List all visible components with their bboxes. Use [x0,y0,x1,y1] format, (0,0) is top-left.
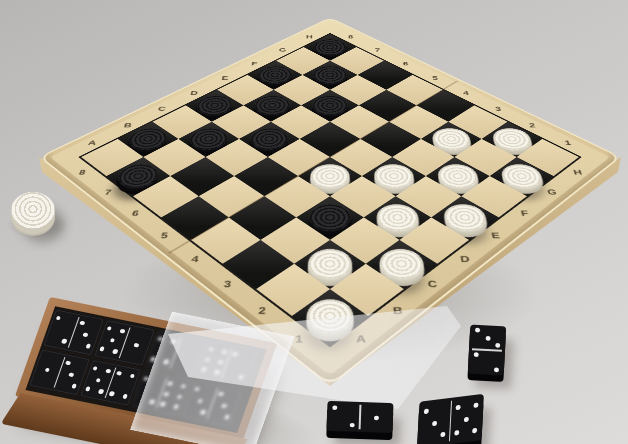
domino-pip [122,394,128,399]
coord-bottom-5: 3 [217,277,237,290]
domino-pip [105,369,111,374]
domino-pip [61,339,67,344]
coord-right-2: F [515,207,535,218]
domino-half [359,402,393,433]
domino-pip [332,405,337,410]
domino-pip [98,389,104,394]
loose-domino-3-5[interactable] [417,394,484,444]
coord-right-1: G [542,187,562,198]
domino-half [326,401,360,432]
domino-pip [65,360,71,365]
domino-pip [71,383,77,388]
coord-top-6: 2 [523,121,541,130]
domino-pip [85,386,91,391]
coord-bottom-4: 4 [185,253,205,265]
domino-pip [495,343,500,348]
domino-pip [456,404,461,410]
domino-pip [92,366,98,371]
coord-bottom-6: 2 [252,303,273,317]
domino-half [469,325,506,351]
domino-pip [44,367,50,372]
coord-left-2: F [247,60,262,67]
domino-tile[interactable] [94,320,155,366]
coord-right-0: H [568,167,588,177]
coord-right-7: A [351,331,372,346]
domino-pip [475,328,480,333]
coord-left-1: G [275,46,289,53]
domino-pip [119,329,125,334]
domino-pip [423,408,428,414]
domino-pip [493,367,498,372]
captured-white-checker[interactable] [11,192,55,229]
coord-left-5: C [153,105,170,113]
coord-top-7: 1 [558,138,577,147]
domino-pip [474,402,479,408]
loose-domino-3-2[interactable] [468,325,507,376]
domino-pip [106,326,112,331]
domino-half [449,394,484,444]
domino-pip [109,337,115,342]
domino-pip [82,332,88,337]
domino-pip [485,335,490,340]
domino-pip [474,352,479,357]
coord-top-5: 3 [490,105,507,113]
domino-pip [374,415,379,420]
domino-half [468,349,505,375]
domino-pip [440,432,445,438]
domino-tile[interactable] [29,349,90,395]
coord-left-7: A [83,138,102,147]
domino-half [417,398,452,444]
domino-pip [85,343,91,348]
domino-pip [109,391,115,396]
coord-bottom-3: 5 [154,229,174,241]
coord-bottom-1: 7 [98,187,118,198]
domino-pip [350,423,355,428]
domino-pip [99,346,105,351]
coord-right-4: D [455,253,475,265]
coord-left-4: D [186,89,202,97]
coord-right-3: E [486,229,506,241]
coord-right-5: C [422,277,442,290]
board-grid: ⛂⛀⛂⛀⛀⛂⛂⛀⛂⛀⛀⛂⛂⛀⛀⛂⛂⛀⛂⛀⛂⛀ [78,33,581,347]
coord-top-3: 5 [427,74,442,82]
coord-left-6: B [119,121,137,130]
domino-pip [432,420,437,426]
coord-bottom-0: 8 [72,167,92,177]
coord-top-1: 7 [370,46,384,53]
domino-tile[interactable] [80,360,141,406]
loose-domino-2-1[interactable] [326,401,393,433]
domino-pip [55,316,61,321]
coord-top-4: 4 [458,89,474,97]
domino-pip [129,374,135,379]
coord-right-6: B [388,303,409,317]
domino-pip [133,342,139,347]
domino-pip [79,320,85,325]
domino-pip [68,372,74,377]
domino-pip [464,416,469,422]
domino-pip [472,428,477,434]
coord-left-0: H [303,33,317,40]
coord-left-3: E [217,74,232,82]
domino-pip [95,377,101,382]
domino-pip [112,349,118,354]
coord-top-0: 8 [344,33,358,40]
domino-tile[interactable] [43,309,104,355]
domino-pip [116,371,122,376]
coord-bottom-2: 6 [125,207,145,218]
domino-pip [454,430,459,436]
tabletop-scene: ⛂⛀⛂⛀⛀⛂⛂⛀⛂⛀⛀⛂⛂⛀⛀⛂⛂⛀⛂⛀⛂⛀ HH88GG77FF66EE55D… [0,0,628,444]
coord-top-2: 6 [398,60,413,67]
